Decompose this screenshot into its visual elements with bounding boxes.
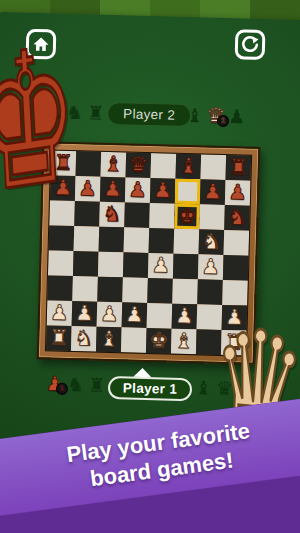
- square-a6[interactable]: [49, 200, 75, 226]
- screen: ♟♞♜ Player 2 ♝♛1♟ ♜♝♛♝♜♟♟♟♟♟♟♟♞♚♞♞♟♟♟♟♟♟…: [0, 0, 300, 533]
- white-pawn: ♟: [125, 304, 144, 325]
- captured-slot-knight: ♞: [64, 99, 86, 126]
- captured-slot-bishop: ♝: [184, 102, 206, 129]
- red-rook: ♜: [54, 153, 73, 174]
- square-f6[interactable]: ♚: [174, 204, 200, 230]
- square-d3[interactable]: [122, 277, 148, 303]
- square-d2[interactable]: ♟: [122, 302, 148, 328]
- square-c4[interactable]: [98, 252, 124, 278]
- white-bishop: ♝: [99, 329, 118, 350]
- square-c5[interactable]: [99, 227, 125, 253]
- square-h2[interactable]: ♟: [222, 305, 248, 331]
- red-pawn: ♟: [203, 181, 222, 202]
- square-f8[interactable]: ♝: [176, 154, 202, 180]
- red-pawn: ♟: [53, 178, 72, 199]
- captured-slot-knight: ♞: [65, 371, 87, 398]
- square-g2[interactable]: [197, 304, 223, 330]
- captured-slot-rook: ♜: [85, 99, 107, 126]
- square-b2[interactable]: ♟: [72, 301, 98, 327]
- captured-tray-player1-right: ♝♛♟: [193, 374, 257, 402]
- white-pawn: ♟: [75, 303, 94, 324]
- white-rook: ♜: [224, 332, 243, 353]
- square-h4[interactable]: [223, 255, 249, 281]
- square-c1[interactable]: ♝: [96, 327, 122, 353]
- white-pawn: ♟: [201, 256, 220, 277]
- square-e6[interactable]: [149, 203, 175, 229]
- chess-board-frame: ♜♝♛♝♜♟♟♟♟♟♟♟♞♚♞♞♟♟♟♟♟♟♟♟♜♞♝♚♝♜: [37, 141, 261, 365]
- red-knight: ♞: [102, 204, 121, 225]
- square-g4[interactable]: ♟: [198, 254, 224, 280]
- square-h5[interactable]: [224, 230, 250, 256]
- white-pawn: ♟: [151, 255, 170, 276]
- square-h6[interactable]: ♞: [224, 205, 250, 231]
- white-rook: ♜: [49, 327, 68, 348]
- white-pawn: ♟: [225, 307, 244, 328]
- player1-name: Player 1: [123, 380, 178, 396]
- square-c6[interactable]: ♞: [99, 202, 125, 228]
- home-button[interactable]: [26, 29, 57, 60]
- red-pawn: ♟: [103, 179, 122, 200]
- red-pawn: ♟: [78, 178, 97, 199]
- square-g6[interactable]: [199, 204, 225, 230]
- square-a8[interactable]: ♜: [51, 150, 77, 176]
- captured-tray-player1-left: ♟1♞♜: [44, 370, 108, 398]
- square-d5[interactable]: [124, 227, 150, 253]
- player2-name: Player 2: [123, 106, 175, 122]
- square-g1[interactable]: [196, 329, 222, 355]
- game-panel: ♟♞♜ Player 2 ♝♛1♟ ♜♝♛♝♜♟♟♟♟♟♟♟♞♚♞♞♟♟♟♟♟♟…: [0, 12, 300, 460]
- white-knight: ♞: [74, 328, 93, 349]
- refresh-button[interactable]: [235, 29, 266, 60]
- captured-slot-queen: ♛: [214, 375, 236, 402]
- captured-slot-pawn-captured: ♟1: [44, 370, 66, 397]
- square-e8[interactable]: [151, 153, 177, 179]
- white-knight: ♞: [202, 231, 221, 252]
- white-pawn: ♟: [100, 304, 119, 325]
- home-icon: [32, 35, 50, 53]
- captured-tray-player2-left: ♟♞♜: [43, 98, 107, 126]
- white-pawn: ♟: [50, 302, 69, 323]
- red-bishop: ♝: [179, 156, 198, 177]
- square-a5[interactable]: [49, 225, 75, 251]
- square-a1[interactable]: ♜: [46, 325, 72, 351]
- square-g8[interactable]: [201, 154, 227, 180]
- red-queen: ♛: [129, 154, 148, 175]
- square-d8[interactable]: ♛: [126, 152, 152, 178]
- square-f3[interactable]: [172, 279, 198, 305]
- square-h3[interactable]: [222, 280, 248, 306]
- square-d1[interactable]: [121, 327, 147, 353]
- square-d4[interactable]: [123, 252, 149, 278]
- captured-slot-pawn: ♟: [226, 103, 248, 130]
- square-e1[interactable]: ♚: [146, 328, 172, 354]
- square-a4[interactable]: [48, 250, 74, 276]
- square-e5[interactable]: [149, 228, 175, 254]
- captured-tray-player2-right: ♝♛1♟: [184, 102, 248, 130]
- red-pawn: ♟: [228, 182, 247, 203]
- square-b3[interactable]: [72, 276, 98, 302]
- square-f4[interactable]: [173, 254, 199, 280]
- square-c3[interactable]: [97, 277, 123, 303]
- square-a7[interactable]: ♟: [50, 175, 76, 201]
- square-e2[interactable]: [147, 303, 173, 329]
- square-g5[interactable]: ♞: [199, 229, 225, 255]
- player2-label: Player 2: [107, 102, 192, 127]
- white-pawn: ♟: [175, 306, 194, 327]
- square-e7[interactable]: ♟: [150, 178, 176, 204]
- red-pawn: ♟: [153, 180, 172, 201]
- square-f1[interactable]: ♝: [171, 329, 197, 355]
- square-h1[interactable]: ♜: [221, 330, 247, 356]
- captured-slot-queen-captured: ♛1: [205, 102, 227, 129]
- red-pawn: ♟: [128, 179, 147, 200]
- red-bishop: ♝: [104, 154, 123, 175]
- square-b4[interactable]: [73, 251, 99, 277]
- chess-board: ♜♝♛♝♜♟♟♟♟♟♟♟♞♚♞♞♟♟♟♟♟♟♟♟♜♞♝♚♝♜: [46, 150, 251, 355]
- square-a3[interactable]: [47, 275, 73, 301]
- square-b1[interactable]: ♞: [71, 326, 97, 352]
- square-b7[interactable]: ♟: [75, 176, 101, 202]
- refresh-icon: [241, 35, 259, 53]
- red-knight: ♞: [227, 207, 246, 228]
- red-rook: ♜: [229, 157, 248, 178]
- white-king: ♚: [149, 330, 168, 351]
- square-b8[interactable]: [76, 151, 102, 177]
- captured-slot-rook: ♜: [86, 371, 108, 398]
- square-c8[interactable]: ♝: [101, 152, 127, 178]
- captured-slot-bishop: ♝: [193, 374, 215, 401]
- square-e3[interactable]: [147, 278, 173, 304]
- square-d7[interactable]: ♟: [125, 177, 151, 203]
- captured-slot-pawn: ♟: [43, 98, 65, 125]
- square-f5[interactable]: [174, 229, 200, 255]
- square-g7[interactable]: ♟: [200, 179, 226, 205]
- white-bishop: ♝: [174, 331, 193, 352]
- square-d6[interactable]: [124, 202, 150, 228]
- square-h8[interactable]: ♜: [225, 155, 251, 181]
- square-a2[interactable]: ♟: [47, 300, 73, 326]
- square-c2[interactable]: ♟: [97, 302, 123, 328]
- square-e4[interactable]: ♟: [148, 253, 174, 279]
- turn-indicator-icon: [133, 368, 151, 377]
- square-f2[interactable]: ♟: [172, 304, 198, 330]
- square-g3[interactable]: [197, 279, 223, 305]
- square-h7[interactable]: ♟: [225, 180, 251, 206]
- player1-label: Player 1: [108, 376, 193, 401]
- square-f7[interactable]: [175, 179, 201, 205]
- red-king: ♚: [177, 206, 196, 227]
- square-b6[interactable]: [74, 201, 100, 227]
- square-c7[interactable]: ♟: [100, 177, 126, 203]
- square-b5[interactable]: [74, 226, 100, 252]
- captured-slot-pawn: ♟: [235, 375, 257, 402]
